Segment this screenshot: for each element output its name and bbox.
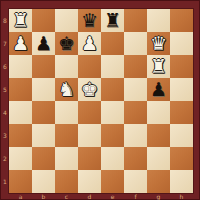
square-c2[interactable] (55, 147, 78, 170)
piece-white-knight[interactable]: ♞ (55, 78, 78, 101)
piece-white-rook[interactable]: ♜ (9, 9, 32, 32)
square-b5[interactable] (32, 78, 55, 101)
chess-board-frame: 87654321 abcdefgh ♜♛♜♟♟♚♟♛♜♞♚♟ (0, 0, 200, 200)
square-d6[interactable] (78, 55, 101, 78)
rank-label-4: 4 (1, 101, 9, 124)
square-f8[interactable] (124, 9, 147, 32)
square-e1[interactable] (101, 170, 124, 193)
square-h4[interactable] (170, 101, 193, 124)
square-c8[interactable] (55, 9, 78, 32)
piece-black-pawn[interactable]: ♟ (32, 32, 55, 55)
rank-label-2: 2 (1, 147, 9, 170)
rank-label-3: 3 (1, 124, 9, 147)
square-g3[interactable] (147, 124, 170, 147)
square-f6[interactable] (124, 55, 147, 78)
square-d2[interactable] (78, 147, 101, 170)
square-a8[interactable]: ♜ (9, 9, 32, 32)
square-d4[interactable] (78, 101, 101, 124)
square-a3[interactable] (9, 124, 32, 147)
square-b1[interactable] (32, 170, 55, 193)
square-f1[interactable] (124, 170, 147, 193)
square-g6[interactable]: ♜ (147, 55, 170, 78)
square-e3[interactable] (101, 124, 124, 147)
square-h3[interactable] (170, 124, 193, 147)
square-b8[interactable] (32, 9, 55, 32)
rank-label-7: 7 (1, 32, 9, 55)
square-e6[interactable] (101, 55, 124, 78)
piece-white-rook[interactable]: ♜ (147, 55, 170, 78)
rank-labels: 87654321 (1, 9, 9, 193)
piece-white-king[interactable]: ♚ (78, 78, 101, 101)
square-c6[interactable] (55, 55, 78, 78)
square-a2[interactable] (9, 147, 32, 170)
file-label-c: c (55, 192, 78, 200)
square-f4[interactable] (124, 101, 147, 124)
rank-label-5: 5 (1, 78, 9, 101)
square-h7[interactable] (170, 32, 193, 55)
rank-label-6: 6 (1, 55, 9, 78)
square-b2[interactable] (32, 147, 55, 170)
square-d3[interactable] (78, 124, 101, 147)
square-g8[interactable] (147, 9, 170, 32)
square-g4[interactable] (147, 101, 170, 124)
square-d5[interactable]: ♚ (78, 78, 101, 101)
piece-white-pawn[interactable]: ♟ (9, 32, 32, 55)
piece-white-queen[interactable]: ♛ (147, 32, 170, 55)
square-c3[interactable] (55, 124, 78, 147)
file-label-a: a (9, 192, 32, 200)
file-labels: abcdefgh (9, 192, 193, 200)
square-e2[interactable] (101, 147, 124, 170)
square-a6[interactable] (9, 55, 32, 78)
rank-label-8: 8 (1, 9, 9, 32)
square-a7[interactable]: ♟ (9, 32, 32, 55)
square-b3[interactable] (32, 124, 55, 147)
piece-black-king[interactable]: ♚ (55, 32, 78, 55)
square-f2[interactable] (124, 147, 147, 170)
square-f5[interactable] (124, 78, 147, 101)
square-e4[interactable] (101, 101, 124, 124)
piece-black-rook[interactable]: ♜ (101, 9, 124, 32)
file-label-h: h (170, 192, 193, 200)
square-a4[interactable] (9, 101, 32, 124)
square-c7[interactable]: ♚ (55, 32, 78, 55)
square-e7[interactable] (101, 32, 124, 55)
square-c5[interactable]: ♞ (55, 78, 78, 101)
square-g5[interactable]: ♟ (147, 78, 170, 101)
square-b4[interactable] (32, 101, 55, 124)
square-d8[interactable]: ♛ (78, 9, 101, 32)
square-d1[interactable] (78, 170, 101, 193)
file-label-d: d (78, 192, 101, 200)
square-h2[interactable] (170, 147, 193, 170)
square-b7[interactable]: ♟ (32, 32, 55, 55)
square-c1[interactable] (55, 170, 78, 193)
square-f7[interactable] (124, 32, 147, 55)
square-h6[interactable] (170, 55, 193, 78)
square-c4[interactable] (55, 101, 78, 124)
square-d7[interactable]: ♟ (78, 32, 101, 55)
file-label-e: e (101, 192, 124, 200)
square-g1[interactable] (147, 170, 170, 193)
square-g7[interactable]: ♛ (147, 32, 170, 55)
file-label-f: f (124, 192, 147, 200)
square-h8[interactable] (170, 9, 193, 32)
square-h1[interactable] (170, 170, 193, 193)
chess-board: ♜♛♜♟♟♚♟♛♜♞♚♟ (9, 9, 193, 193)
square-e8[interactable]: ♜ (101, 9, 124, 32)
square-e5[interactable] (101, 78, 124, 101)
square-b6[interactable] (32, 55, 55, 78)
square-h5[interactable] (170, 78, 193, 101)
square-a1[interactable] (9, 170, 32, 193)
piece-black-pawn[interactable]: ♟ (147, 78, 170, 101)
piece-white-pawn[interactable]: ♟ (78, 32, 101, 55)
rank-label-1: 1 (1, 170, 9, 193)
file-label-g: g (147, 192, 170, 200)
piece-black-queen[interactable]: ♛ (78, 9, 101, 32)
file-label-b: b (32, 192, 55, 200)
square-f3[interactable] (124, 124, 147, 147)
square-a5[interactable] (9, 78, 32, 101)
square-g2[interactable] (147, 147, 170, 170)
